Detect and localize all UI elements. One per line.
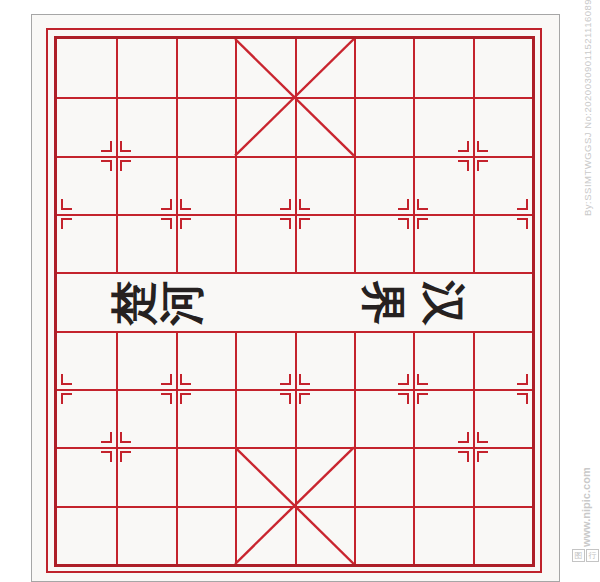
marker-bracket [61,199,72,210]
marker-bracket [280,199,291,210]
position-marker [101,141,131,171]
river-char-jie: 界 [360,279,408,327]
river-char-chu: 楚 [109,279,157,327]
marker-bracket [120,141,131,152]
position-marker [398,374,428,404]
marker-bracket [458,141,469,152]
marker-bracket [180,218,191,229]
marker-bracket [61,393,72,404]
marker-bracket [477,432,488,443]
marker-bracket [417,199,428,210]
marker-bracket [280,218,291,229]
marker-bracket [417,374,428,385]
marker-bracket [398,374,409,385]
marker-bracket [517,374,528,385]
marker-bracket [458,432,469,443]
marker-bracket [280,374,291,385]
river-char-han: 汉 [420,279,468,327]
position-marker [161,199,191,229]
watermark-site-text: www.nipic.com [580,463,594,547]
marker-bracket [161,393,172,404]
position-marker [517,199,547,229]
marker-bracket [61,374,72,385]
marker-bracket [61,218,72,229]
river-label-han-jie: 界 汉 [360,274,468,332]
marker-bracket [180,393,191,404]
position-marker [161,374,191,404]
position-marker [280,199,310,229]
marker-bracket [120,432,131,443]
marker-bracket [458,451,469,462]
watermark-logo: 图 行 [572,549,599,562]
marker-bracket [299,199,310,210]
marker-bracket [120,451,131,462]
marker-bracket [299,374,310,385]
position-marker [280,374,310,404]
xiangqi-board: 楚 河 界 汉 [54,36,535,567]
marker-bracket [417,393,428,404]
river-char-he: 河 [157,279,205,327]
marker-bracket [180,199,191,210]
watermark-logo-char: 图 [572,549,585,562]
marker-bracket [101,451,112,462]
watermark-id-text: By:SSIMTWGGSJ No:20200309011521116089 [582,8,596,216]
position-marker [458,432,488,462]
position-marker [517,374,547,404]
position-marker [42,199,72,229]
marker-bracket [458,160,469,171]
marker-bracket [477,141,488,152]
marker-bracket [101,432,112,443]
marker-bracket [299,218,310,229]
marker-bracket [161,218,172,229]
position-marker [101,432,131,462]
marker-bracket [398,199,409,210]
marker-bracket [299,393,310,404]
marker-bracket [517,393,528,404]
marker-bracket [517,199,528,210]
position-marker [398,199,428,229]
watermark-logo-char: 行 [586,549,599,562]
river-label-chu-he: 楚 河 [109,274,205,332]
marker-bracket [280,393,291,404]
marker-bracket [101,141,112,152]
marker-bracket [161,374,172,385]
position-marker [458,141,488,171]
marker-bracket [180,374,191,385]
marker-bracket [517,218,528,229]
position-marker [42,374,72,404]
marker-bracket [398,218,409,229]
marker-bracket [477,160,488,171]
marker-bracket [417,218,428,229]
marker-bracket [101,160,112,171]
marker-bracket [120,160,131,171]
marker-bracket [161,199,172,210]
marker-bracket [477,451,488,462]
marker-bracket [398,393,409,404]
